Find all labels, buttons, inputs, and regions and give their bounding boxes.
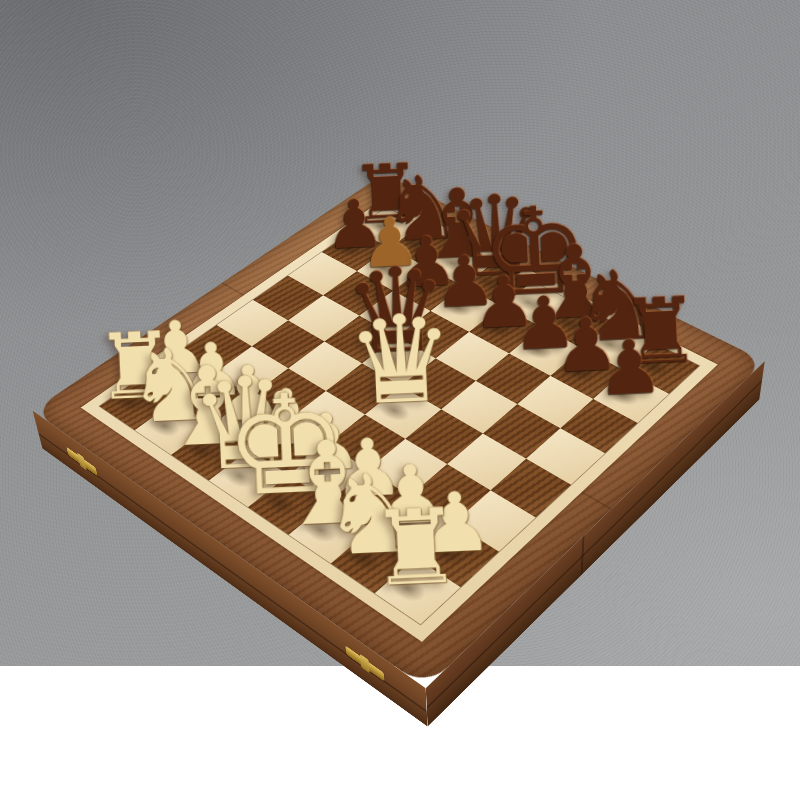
box-top: ♜♞♝♛♚♝♞♜♟♟♟♟♟♟♟♟♛♛♟♟♟♟♟♟♟♟♜♞♝♛♚♝♞♜	[33, 174, 765, 688]
black-pawn-icon: ♟	[595, 329, 665, 406]
chess-box: ♜♞♝♛♚♝♞♜♟♟♟♟♟♟♟♟♛♛♟♟♟♟♟♟♟♟♜♞♝♛♚♝♞♜	[42, 210, 759, 726]
white-rook-icon: ♜	[368, 495, 465, 602]
white-queen-icon: ♛	[344, 297, 457, 422]
product-photo: ♜♞♝♛♚♝♞♜♟♟♟♟♟♟♟♟♛♛♟♟♟♟♟♟♟♟♜♞♝♛♚♝♞♜	[0, 0, 800, 800]
scene: ♜♞♝♛♚♝♞♜♟♟♟♟♟♟♟♟♛♛♟♟♟♟♟♟♟♟♜♞♝♛♚♝♞♜	[0, 0, 800, 800]
